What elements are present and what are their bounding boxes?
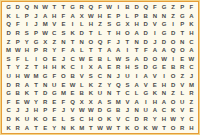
- grid-cell[interactable]: W: [86, 12, 95, 21]
- grid-cell[interactable]: C: [68, 63, 77, 72]
- grid-cell[interactable]: N: [59, 37, 68, 46]
- grid-cell[interactable]: T: [31, 80, 40, 89]
- grid-cell[interactable]: Q: [114, 80, 123, 89]
- grid-cell[interactable]: K: [123, 123, 132, 132]
- grid-cell[interactable]: G: [178, 12, 187, 21]
- grid-cell[interactable]: K: [169, 106, 178, 115]
- grid-cell[interactable]: H: [86, 20, 95, 29]
- grid-cell[interactable]: V: [68, 106, 77, 115]
- grid-cell[interactable]: Y: [22, 37, 31, 46]
- grid-cell[interactable]: Y: [13, 63, 22, 72]
- grid-cell[interactable]: J: [123, 106, 132, 115]
- grid-cell[interactable]: R: [13, 123, 22, 132]
- grid-cell[interactable]: N: [105, 89, 114, 98]
- grid-cell[interactable]: U: [4, 72, 13, 81]
- grid-cell[interactable]: V: [150, 20, 159, 29]
- grid-cell[interactable]: G: [31, 37, 40, 46]
- grid-cell[interactable]: E: [86, 55, 95, 64]
- grid-cell[interactable]: I: [141, 98, 150, 107]
- grid-cell[interactable]: C: [123, 89, 132, 98]
- grid-cell[interactable]: A: [68, 46, 77, 55]
- grid-cell[interactable]: R: [13, 80, 22, 89]
- grid-cell[interactable]: D: [169, 80, 178, 89]
- grid-cell[interactable]: O: [41, 115, 50, 124]
- grid-cell[interactable]: T: [105, 29, 114, 38]
- grid-cell[interactable]: O: [41, 55, 50, 64]
- grid-cell[interactable]: K: [59, 63, 68, 72]
- grid-cell[interactable]: W: [159, 55, 168, 64]
- grid-cell[interactable]: U: [178, 98, 187, 107]
- grid-cell[interactable]: T: [86, 29, 95, 38]
- grid-cell[interactable]: H: [187, 123, 196, 132]
- grid-cell[interactable]: I: [169, 55, 178, 64]
- grid-cell[interactable]: B: [95, 55, 104, 64]
- grid-cell[interactable]: T: [132, 46, 141, 55]
- grid-cell[interactable]: W: [68, 80, 77, 89]
- grid-cell[interactable]: M: [31, 72, 40, 81]
- grid-cell[interactable]: Z: [169, 89, 178, 98]
- grid-cell[interactable]: O: [86, 37, 95, 46]
- grid-cell[interactable]: W: [105, 3, 114, 12]
- grid-cell[interactable]: H: [123, 63, 132, 72]
- grid-cell[interactable]: G: [159, 29, 168, 38]
- grid-cell[interactable]: E: [150, 80, 159, 89]
- grid-cell[interactable]: H: [159, 80, 168, 89]
- grid-cell[interactable]: E: [50, 55, 59, 64]
- grid-cell[interactable]: M: [41, 20, 50, 29]
- grid-cell[interactable]: J: [187, 72, 196, 81]
- grid-cell[interactable]: P: [178, 3, 187, 12]
- grid-cell[interactable]: N: [77, 37, 86, 46]
- grid-cell[interactable]: Z: [22, 63, 31, 72]
- grid-cell[interactable]: Z: [169, 12, 178, 21]
- grid-cell[interactable]: C: [123, 115, 132, 124]
- grid-cell[interactable]: F: [59, 98, 68, 107]
- grid-cell[interactable]: W: [41, 29, 50, 38]
- grid-cell[interactable]: O: [169, 123, 178, 132]
- grid-cell[interactable]: J: [59, 106, 68, 115]
- grid-cell[interactable]: M: [4, 46, 13, 55]
- grid-cell[interactable]: L: [77, 20, 86, 29]
- grid-cell[interactable]: J: [22, 106, 31, 115]
- grid-cell[interactable]: F: [141, 46, 150, 55]
- grid-cell[interactable]: F: [59, 12, 68, 21]
- grid-cell[interactable]: I: [31, 55, 40, 64]
- grid-cell[interactable]: C: [159, 106, 168, 115]
- grid-cell[interactable]: T: [159, 123, 168, 132]
- grid-cell[interactable]: Y: [178, 115, 187, 124]
- grid-cell[interactable]: N: [132, 37, 141, 46]
- grid-cell[interactable]: V: [150, 72, 159, 81]
- grid-cell[interactable]: I: [150, 29, 159, 38]
- grid-cell[interactable]: J: [31, 12, 40, 21]
- grid-cell[interactable]: W: [22, 72, 31, 81]
- grid-cell[interactable]: I: [123, 46, 132, 55]
- grid-cell[interactable]: A: [95, 98, 104, 107]
- grid-cell[interactable]: W: [77, 55, 86, 64]
- grid-cell[interactable]: S: [86, 72, 95, 81]
- grid-cell[interactable]: Z: [95, 80, 104, 89]
- grid-cell[interactable]: B: [169, 63, 178, 72]
- grid-cell[interactable]: W: [41, 3, 50, 12]
- grid-cell[interactable]: N: [41, 80, 50, 89]
- grid-cell[interactable]: S: [59, 29, 68, 38]
- grid-cell[interactable]: V: [178, 80, 187, 89]
- grid-cell[interactable]: N: [105, 72, 114, 81]
- grid-cell[interactable]: Y: [50, 123, 59, 132]
- grid-cell[interactable]: P: [31, 29, 40, 38]
- grid-cell[interactable]: T: [4, 63, 13, 72]
- grid-cell[interactable]: C: [187, 37, 196, 46]
- grid-cell[interactable]: L: [13, 12, 22, 21]
- grid-cell[interactable]: F: [50, 106, 59, 115]
- grid-cell[interactable]: I: [77, 63, 86, 72]
- grid-cell[interactable]: E: [187, 106, 196, 115]
- grid-cell[interactable]: Z: [4, 37, 13, 46]
- grid-cell[interactable]: A: [132, 98, 141, 107]
- grid-cell[interactable]: T: [31, 89, 40, 98]
- grid-cell[interactable]: X: [123, 20, 132, 29]
- grid-cell[interactable]: A: [159, 98, 168, 107]
- grid-cell[interactable]: L: [77, 46, 86, 55]
- grid-cell[interactable]: T: [114, 89, 123, 98]
- grid-cell[interactable]: D: [169, 29, 178, 38]
- grid-cell[interactable]: C: [68, 55, 77, 64]
- grid-cell[interactable]: H: [114, 29, 123, 38]
- grid-cell[interactable]: U: [123, 72, 132, 81]
- grid-cell[interactable]: C: [95, 72, 104, 81]
- grid-cell[interactable]: J: [114, 37, 123, 46]
- grid-cell[interactable]: T: [178, 29, 187, 38]
- grid-cell[interactable]: S: [105, 20, 114, 29]
- grid-cell[interactable]: S: [4, 55, 13, 64]
- grid-cell[interactable]: H: [50, 12, 59, 21]
- grid-cell[interactable]: G: [50, 89, 59, 98]
- grid-cell[interactable]: E: [159, 63, 168, 72]
- grid-cell[interactable]: T: [31, 63, 40, 72]
- grid-cell[interactable]: G: [159, 20, 168, 29]
- grid-cell[interactable]: K: [187, 20, 196, 29]
- grid-cell[interactable]: A: [141, 72, 150, 81]
- grid-cell[interactable]: N: [150, 12, 159, 21]
- grid-cell[interactable]: A: [95, 63, 104, 72]
- grid-cell[interactable]: V: [123, 98, 132, 107]
- grid-cell[interactable]: D: [4, 29, 13, 38]
- grid-cell[interactable]: U: [95, 89, 104, 98]
- grid-cell[interactable]: E: [105, 12, 114, 21]
- grid-cell[interactable]: A: [105, 46, 114, 55]
- grid-cell[interactable]: D: [13, 3, 22, 12]
- grid-cell[interactable]: D: [141, 37, 150, 46]
- grid-cell[interactable]: Q: [4, 20, 13, 29]
- grid-cell[interactable]: M: [59, 89, 68, 98]
- grid-cell[interactable]: G: [4, 3, 13, 12]
- grid-cell[interactable]: L: [22, 55, 31, 64]
- grid-cell[interactable]: H: [159, 115, 168, 124]
- grid-cell[interactable]: N: [159, 89, 168, 98]
- grid-cell[interactable]: H: [187, 29, 196, 38]
- grid-cell[interactable]: A: [187, 46, 196, 55]
- grid-cell[interactable]: K: [22, 89, 31, 98]
- grid-cell[interactable]: E: [59, 80, 68, 89]
- grid-cell[interactable]: Q: [95, 37, 104, 46]
- grid-cell[interactable]: K: [13, 115, 22, 124]
- grid-cell[interactable]: J: [114, 72, 123, 81]
- grid-cell[interactable]: M: [114, 98, 123, 107]
- grid-cell[interactable]: W: [114, 55, 123, 64]
- grid-cell[interactable]: Q: [86, 3, 95, 12]
- grid-cell[interactable]: P: [41, 106, 50, 115]
- grid-cell[interactable]: J: [31, 20, 40, 29]
- grid-cell[interactable]: A: [187, 12, 196, 21]
- grid-cell[interactable]: Z: [95, 20, 104, 29]
- grid-cell[interactable]: K: [150, 89, 159, 98]
- grid-cell[interactable]: X: [86, 63, 95, 72]
- grid-cell[interactable]: X: [86, 98, 95, 107]
- grid-cell[interactable]: Y: [31, 98, 40, 107]
- grid-cell[interactable]: R: [141, 115, 150, 124]
- grid-cell[interactable]: P: [114, 12, 123, 21]
- grid-cell[interactable]: C: [4, 106, 13, 115]
- grid-cell[interactable]: K: [105, 115, 114, 124]
- grid-cell[interactable]: E: [50, 98, 59, 107]
- grid-cell[interactable]: Y: [50, 46, 59, 55]
- grid-cell[interactable]: H: [86, 115, 95, 124]
- grid-cell[interactable]: N: [178, 37, 187, 46]
- grid-cell[interactable]: T: [123, 37, 132, 46]
- grid-cell[interactable]: V: [141, 80, 150, 89]
- grid-cell[interactable]: J: [13, 106, 22, 115]
- grid-cell[interactable]: F: [187, 3, 196, 12]
- grid-cell[interactable]: A: [150, 106, 159, 115]
- grid-cell[interactable]: P: [22, 12, 31, 21]
- grid-cell[interactable]: A: [68, 12, 77, 21]
- grid-cell[interactable]: F: [150, 3, 159, 12]
- grid-cell[interactable]: G: [141, 89, 150, 98]
- grid-cell[interactable]: K: [31, 115, 40, 124]
- grid-cell[interactable]: W: [13, 46, 22, 55]
- grid-cell[interactable]: P: [31, 46, 40, 55]
- grid-cell[interactable]: B: [114, 106, 123, 115]
- grid-cell[interactable]: D: [95, 106, 104, 115]
- grid-cell[interactable]: A: [114, 46, 123, 55]
- grid-cell[interactable]: R: [41, 98, 50, 107]
- grid-cell[interactable]: V: [77, 72, 86, 81]
- grid-cell[interactable]: K: [4, 12, 13, 21]
- grid-cell[interactable]: U: [141, 106, 150, 115]
- grid-cell[interactable]: X: [77, 12, 86, 21]
- grid-cell[interactable]: L: [59, 115, 68, 124]
- grid-cell[interactable]: S: [123, 55, 132, 64]
- grid-cell[interactable]: W: [86, 106, 95, 115]
- grid-cell[interactable]: F: [13, 20, 22, 29]
- grid-cell[interactable]: C: [187, 63, 196, 72]
- grid-cell[interactable]: A: [41, 12, 50, 21]
- grid-cell[interactable]: I: [169, 20, 178, 29]
- grid-cell[interactable]: J: [150, 37, 159, 46]
- grid-cell[interactable]: V: [114, 115, 123, 124]
- grid-cell[interactable]: F: [105, 37, 114, 46]
- grid-cell[interactable]: K: [86, 89, 95, 98]
- grid-cell[interactable]: H: [150, 98, 159, 107]
- grid-cell[interactable]: S: [105, 98, 114, 107]
- grid-cell[interactable]: E: [13, 98, 22, 107]
- grid-cell[interactable]: G: [105, 106, 114, 115]
- grid-cell[interactable]: H: [132, 20, 141, 29]
- grid-cell[interactable]: K: [68, 29, 77, 38]
- grid-cell[interactable]: U: [22, 115, 31, 124]
- grid-cell[interactable]: E: [105, 63, 114, 72]
- grid-cell[interactable]: B: [68, 72, 77, 81]
- grid-cell[interactable]: G: [41, 72, 50, 81]
- grid-cell[interactable]: C: [77, 115, 86, 124]
- grid-cell[interactable]: R: [114, 63, 123, 72]
- grid-cell[interactable]: B: [123, 3, 132, 12]
- grid-cell[interactable]: R: [77, 3, 86, 12]
- grid-cell[interactable]: R: [178, 63, 187, 72]
- grid-cell[interactable]: A: [132, 80, 141, 89]
- grid-cell[interactable]: D: [132, 115, 141, 124]
- grid-cell[interactable]: Q: [169, 46, 178, 55]
- grid-cell[interactable]: L: [105, 55, 114, 64]
- grid-cell[interactable]: T: [86, 123, 95, 132]
- grid-cell[interactable]: B: [13, 89, 22, 98]
- grid-cell[interactable]: L: [95, 29, 104, 38]
- grid-cell[interactable]: Q: [22, 3, 31, 12]
- grid-cell[interactable]: D: [141, 63, 150, 72]
- grid-cell[interactable]: G: [159, 3, 168, 12]
- grid-cell[interactable]: A: [150, 46, 159, 55]
- grid-cell[interactable]: V: [178, 106, 187, 115]
- grid-cell[interactable]: O: [169, 72, 178, 81]
- grid-cell[interactable]: I: [22, 20, 31, 29]
- grid-cell[interactable]: O: [95, 115, 104, 124]
- grid-cell[interactable]: H: [31, 106, 40, 115]
- grid-cell[interactable]: T: [95, 46, 104, 55]
- grid-cell[interactable]: I: [159, 72, 168, 81]
- grid-cell[interactable]: R: [13, 29, 22, 38]
- grid-cell[interactable]: K: [4, 123, 13, 132]
- grid-cell[interactable]: R: [178, 123, 187, 132]
- grid-cell[interactable]: W: [150, 123, 159, 132]
- grid-cell[interactable]: D: [132, 3, 141, 12]
- grid-cell[interactable]: D: [141, 55, 150, 64]
- grid-cell[interactable]: W: [77, 106, 86, 115]
- grid-cell[interactable]: T: [50, 3, 59, 12]
- grid-cell[interactable]: I: [132, 72, 141, 81]
- grid-cell[interactable]: Q: [141, 3, 150, 12]
- grid-cell[interactable]: F: [50, 72, 59, 81]
- grid-cell[interactable]: H: [22, 46, 31, 55]
- grid-cell[interactable]: N: [159, 12, 168, 21]
- grid-cell[interactable]: O: [59, 72, 68, 81]
- grid-cell[interactable]: D: [141, 29, 150, 38]
- grid-cell[interactable]: L: [178, 89, 187, 98]
- grid-cell[interactable]: Z: [178, 72, 187, 81]
- grid-cell[interactable]: G: [150, 63, 159, 72]
- grid-cell[interactable]: W: [95, 123, 104, 132]
- grid-cell[interactable]: C: [187, 115, 196, 124]
- grid-cell[interactable]: H: [13, 72, 22, 81]
- grid-cell[interactable]: E: [59, 20, 68, 29]
- grid-cell[interactable]: D: [4, 115, 13, 124]
- grid-cell[interactable]: S: [123, 80, 132, 89]
- grid-cell[interactable]: O: [150, 55, 159, 64]
- grid-cell[interactable]: W: [187, 55, 196, 64]
- grid-cell[interactable]: M: [77, 123, 86, 132]
- grid-cell[interactable]: A: [159, 46, 168, 55]
- grid-cell[interactable]: Y: [105, 80, 114, 89]
- grid-cell[interactable]: O: [169, 37, 178, 46]
- grid-cell[interactable]: T: [86, 46, 95, 55]
- grid-cell[interactable]: V: [50, 20, 59, 29]
- grid-cell[interactable]: I: [114, 3, 123, 12]
- grid-cell[interactable]: F: [13, 55, 22, 64]
- grid-cell[interactable]: K: [86, 80, 95, 89]
- grid-cell[interactable]: O: [169, 98, 178, 107]
- grid-cell[interactable]: O: [178, 46, 187, 55]
- grid-cell[interactable]: Y: [150, 115, 159, 124]
- grid-cell[interactable]: H: [50, 63, 59, 72]
- grid-cell[interactable]: Z: [187, 98, 196, 107]
- grid-cell[interactable]: R: [187, 89, 196, 98]
- grid-cell[interactable]: D: [159, 37, 168, 46]
- grid-cell[interactable]: W: [169, 115, 178, 124]
- grid-cell[interactable]: Z: [169, 3, 178, 12]
- grid-cell[interactable]: K: [141, 123, 150, 132]
- grid-cell[interactable]: Q: [68, 98, 77, 107]
- grid-cell[interactable]: U: [50, 80, 59, 89]
- grid-cell[interactable]: S: [22, 29, 31, 38]
- grid-cell[interactable]: D: [77, 29, 86, 38]
- grid-cell[interactable]: N: [132, 106, 141, 115]
- grid-cell[interactable]: E: [178, 55, 187, 64]
- grid-cell[interactable]: L: [132, 89, 141, 98]
- grid-cell[interactable]: F: [59, 46, 68, 55]
- grid-cell[interactable]: E: [68, 89, 77, 98]
- grid-cell[interactable]: W: [105, 123, 114, 132]
- grid-cell[interactable]: A: [132, 55, 141, 64]
- grid-cell[interactable]: X: [41, 37, 50, 46]
- grid-cell[interactable]: T: [114, 123, 123, 132]
- grid-cell[interactable]: D: [41, 89, 50, 98]
- grid-cell[interactable]: N: [31, 3, 40, 12]
- grid-cell[interactable]: P: [178, 20, 187, 29]
- grid-cell[interactable]: F: [4, 98, 13, 107]
- grid-cell[interactable]: T: [68, 37, 77, 46]
- grid-cell[interactable]: X: [77, 98, 86, 107]
- grid-cell[interactable]: T: [31, 123, 40, 132]
- grid-cell[interactable]: L: [77, 80, 86, 89]
- grid-cell[interactable]: E: [50, 115, 59, 124]
- grid-cell[interactable]: T: [59, 3, 68, 12]
- grid-cell[interactable]: B: [141, 12, 150, 21]
- grid-cell[interactable]: P: [13, 37, 22, 46]
- grid-cell[interactable]: W: [22, 98, 31, 107]
- grid-cell[interactable]: G: [114, 20, 123, 29]
- grid-cell[interactable]: H: [95, 12, 104, 21]
- grid-cell[interactable]: K: [68, 123, 77, 132]
- grid-cell[interactable]: A: [22, 80, 31, 89]
- grid-cell[interactable]: R: [41, 46, 50, 55]
- grid-cell[interactable]: D: [4, 80, 13, 89]
- grid-cell[interactable]: A: [132, 29, 141, 38]
- grid-cell[interactable]: Z: [50, 37, 59, 46]
- grid-cell[interactable]: F: [95, 3, 104, 12]
- grid-cell[interactable]: P: [132, 12, 141, 21]
- grid-cell[interactable]: D: [141, 20, 150, 29]
- grid-cell[interactable]: I: [68, 20, 77, 29]
